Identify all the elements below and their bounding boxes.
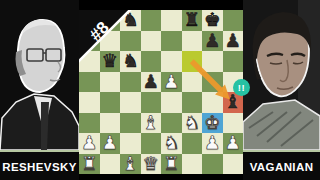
square-a5 [79,72,100,93]
white-knight: ♞ [163,133,180,154]
square-f8: ♜ [182,10,203,31]
brilliant-move-badge: !! [233,79,250,96]
black-player-photo [243,0,320,150]
square-a4 [79,92,100,113]
reshevsky-portrait [0,0,79,150]
white-player-photo [0,0,79,150]
square-e7 [161,31,182,52]
square-g4 [202,92,223,113]
white-pawn: ♟ [163,72,180,93]
white-bishop: ♝ [122,154,139,175]
square-d1: ♛ [141,154,162,175]
square-a3 [79,113,100,134]
square-g3: ♚ [202,113,223,134]
black-rook: ♜ [183,10,200,31]
white-player-name: RESHEVSKY [2,161,77,173]
square-e4 [161,92,182,113]
square-d6 [141,51,162,72]
white-pawn: ♟ [204,133,221,154]
square-d3: ♝ [141,113,162,134]
square-e3 [161,113,182,134]
episode-ribbon: #8 [79,10,137,68]
square-e1: ♜ [161,154,182,175]
square-h8 [223,10,244,31]
square-c3 [120,113,141,134]
black-player-name: VAGANIAN [250,161,314,173]
square-d2 [141,133,162,154]
square-h3 [223,113,244,134]
square-e5: ♟ [161,72,182,93]
black-pawn: ♟ [204,31,221,52]
square-b5 [100,72,121,93]
square-d4 [141,92,162,113]
square-a1: ♜ [79,154,100,175]
square-f2 [182,133,203,154]
square-e6 [161,51,182,72]
white-pawn: ♟ [224,133,241,154]
white-rook: ♜ [163,154,180,175]
white-king: ♚ [204,113,221,134]
square-c4 [120,92,141,113]
black-pawn: ♟ [224,31,241,52]
square-f6 [182,51,203,72]
square-b1 [100,154,121,175]
square-g1 [202,154,223,175]
square-h2: ♟ [223,133,244,154]
white-pawn: ♟ [81,133,98,154]
square-a2: ♟ [79,133,100,154]
square-d7 [141,31,162,52]
white-rook: ♜ [81,154,98,175]
black-player-namebar: VAGANIAN [243,150,320,180]
square-g8: ♚ [202,10,223,31]
white-queen: ♛ [142,154,159,175]
square-f7 [182,31,203,52]
square-b2: ♟ [100,133,121,154]
square-e2: ♞ [161,133,182,154]
square-g5 [202,72,223,93]
square-h1 [223,154,244,175]
brilliant-move-symbol: !! [238,79,245,96]
square-b3 [100,113,121,134]
square-e8 [161,10,182,31]
square-g7: ♟ [202,31,223,52]
black-king: ♚ [204,10,221,31]
square-d8 [141,10,162,31]
square-f5 [182,72,203,93]
white-pawn: ♟ [101,133,118,154]
square-h6 [223,51,244,72]
white-player-namebar: RESHEVSKY [0,150,79,180]
square-c5 [120,72,141,93]
black-pawn: ♟ [142,72,159,93]
square-h7: ♟ [223,31,244,52]
white-bishop: ♝ [142,113,159,134]
square-f1 [182,154,203,175]
white-knight: ♞ [183,113,200,134]
vaganian-portrait [243,0,320,150]
square-f3: ♞ [182,113,203,134]
square-g6 [202,51,223,72]
square-g2: ♟ [202,133,223,154]
square-d5: ♟ [141,72,162,93]
video-thumbnail: ♜♞♜♚♟♟♛♞♟♟♝♝♞♚♟♟♞♟♟♜♝♛♜ #8 !! RESHEVSKY … [0,0,320,180]
square-b4 [100,92,121,113]
square-c2 [120,133,141,154]
square-f4 [182,92,203,113]
square-c1: ♝ [120,154,141,175]
